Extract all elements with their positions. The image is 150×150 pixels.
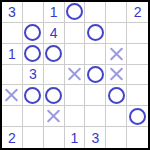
cell-r4c1[interactable] (2, 65, 23, 86)
cell-r1c4[interactable] (65, 2, 86, 23)
cell-r2c5[interactable] (85, 23, 106, 44)
circle-mark (45, 87, 62, 104)
circle-mark (87, 66, 104, 83)
cell-r3c5[interactable] (85, 44, 106, 65)
cell-r1c7[interactable]: 2 (127, 2, 148, 23)
cell-r7c6[interactable] (106, 127, 127, 148)
cell-r2c7[interactable] (127, 23, 148, 44)
cell-r1c2[interactable] (23, 2, 44, 23)
cell-r5c3[interactable] (44, 85, 65, 106)
cell-r6c6[interactable] (106, 106, 127, 127)
cell-r2c6[interactable] (106, 23, 127, 44)
cell-r6c5[interactable] (85, 106, 106, 127)
cell-r7c7[interactable] (127, 127, 148, 148)
circle-mark (24, 24, 41, 41)
cell-r4c3[interactable] (44, 65, 65, 86)
cell-r4c6[interactable] (106, 65, 127, 86)
cell-r7c5[interactable]: 3 (85, 127, 106, 148)
circle-mark (108, 87, 125, 104)
clue-number: 2 (134, 5, 142, 19)
cell-r5c6[interactable] (106, 85, 127, 106)
clue-number: 1 (71, 131, 79, 145)
x-mark (46, 109, 61, 124)
cell-r3c2[interactable] (23, 44, 44, 65)
cell-r2c2[interactable] (23, 23, 44, 44)
cell-r1c5[interactable] (85, 2, 106, 23)
cell-r5c2[interactable] (23, 85, 44, 106)
cell-r6c3[interactable] (44, 106, 65, 127)
cell-r4c5[interactable] (85, 65, 106, 86)
cell-r7c2[interactable] (23, 127, 44, 148)
cell-r4c2[interactable]: 3 (23, 65, 44, 86)
cell-r4c7[interactable] (127, 65, 148, 86)
cell-r1c6[interactable] (106, 2, 127, 23)
circle-mark (45, 45, 62, 62)
cell-r3c7[interactable] (127, 44, 148, 65)
clue-number: 4 (50, 26, 58, 40)
x-mark (4, 88, 19, 103)
cell-r1c3[interactable]: 1 (44, 2, 65, 23)
cell-r5c7[interactable] (127, 85, 148, 106)
x-mark (109, 46, 124, 61)
clue-number: 3 (29, 67, 37, 81)
cell-r2c3[interactable]: 4 (44, 23, 65, 44)
cell-r4c4[interactable] (65, 65, 86, 86)
cell-r1c1[interactable]: 3 (2, 2, 23, 23)
circle-mark (129, 108, 146, 125)
cell-r3c1[interactable]: 1 (2, 44, 23, 65)
cell-r7c3[interactable] (44, 127, 65, 148)
cell-r2c4[interactable] (65, 23, 86, 44)
cell-r6c7[interactable] (127, 106, 148, 127)
clue-number: 3 (8, 5, 16, 19)
cell-r5c4[interactable] (65, 85, 86, 106)
clue-number: 1 (50, 5, 58, 19)
cell-r3c3[interactable] (44, 44, 65, 65)
x-mark (67, 67, 82, 82)
circle-mark (24, 87, 41, 104)
cell-r6c2[interactable] (23, 106, 44, 127)
cell-r7c4[interactable]: 1 (65, 127, 86, 148)
cell-r7c1[interactable]: 2 (2, 127, 23, 148)
cell-r3c4[interactable] (65, 44, 86, 65)
puzzle-board: 312413213 (0, 0, 150, 150)
clue-number: 1 (8, 47, 16, 61)
circle-mark (24, 45, 41, 62)
cell-r5c5[interactable] (85, 85, 106, 106)
circle-mark (66, 3, 83, 20)
cell-r6c1[interactable] (2, 106, 23, 127)
cell-r2c1[interactable] (2, 23, 23, 44)
x-mark (109, 67, 124, 82)
cell-r5c1[interactable] (2, 85, 23, 106)
cell-r6c4[interactable] (65, 106, 86, 127)
circle-mark (87, 24, 104, 41)
clue-number: 3 (91, 131, 99, 145)
cell-r3c6[interactable] (106, 44, 127, 65)
clue-number: 2 (8, 131, 16, 145)
